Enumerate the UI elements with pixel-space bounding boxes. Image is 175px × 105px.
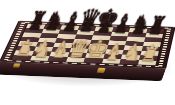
square-g5 [125,41,144,46]
square-d1: ♛ [66,57,86,62]
square-h1: ♜ [137,60,156,65]
square-g1: ♞ [120,59,139,64]
brass-clasp [97,68,106,73]
square-c1: ♝ [48,56,68,61]
chess-set-photo: ♜♞♝♛♚♝♞♜♟♟♟♟♟♟♟♟♟♟♟♟♟♟♟♟♜♞♝♛♚♝♞♜ [0,0,175,105]
square-g4 [124,45,143,50]
square-h4 [141,46,160,51]
square-f1: ♝ [102,58,121,63]
brass-hinge [12,63,20,67]
square-b1: ♞ [30,56,50,61]
board-grid: ♜♞♝♛♚♝♞♜♟♟♟♟♟♟♟♟♟♟♟♟♟♟♟♟♜♞♝♛♚♝♞♜ [12,24,165,65]
square-e1: ♚ [84,58,103,63]
chess-board: ♜♞♝♛♚♝♞♜♟♟♟♟♟♟♟♟♟♟♟♟♟♟♟♟♜♞♝♛♚♝♞♜ [0,21,174,68]
